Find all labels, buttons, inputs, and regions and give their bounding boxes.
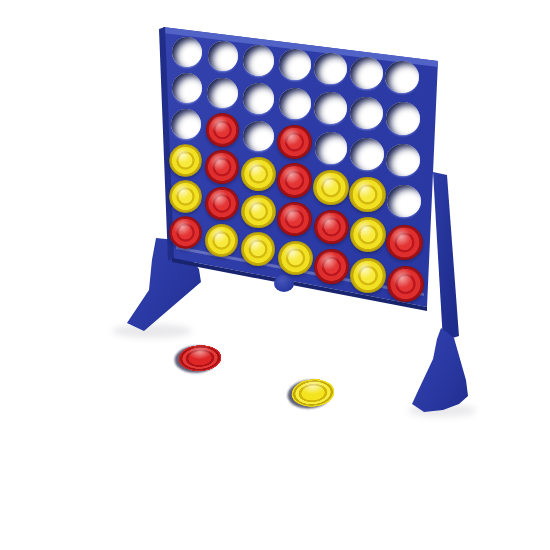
board-cell-yellow-disc[interactable] <box>350 258 386 293</box>
board-cell-empty-hole[interactable] <box>279 49 311 80</box>
board-cell-red-disc[interactable] <box>386 225 423 261</box>
board-cell-red-disc[interactable] <box>277 163 312 197</box>
board-cell-empty-hole[interactable] <box>350 97 383 129</box>
board-cell-yellow-disc[interactable] <box>313 170 349 205</box>
board-cell-yellow-disc[interactable] <box>241 195 275 229</box>
board-cell-empty-hole[interactable] <box>315 132 348 164</box>
board-cell-empty-hole[interactable] <box>385 61 419 94</box>
board-cell-red-disc[interactable] <box>205 150 239 183</box>
board-cell-empty-hole[interactable] <box>243 83 274 114</box>
board-cell-yellow-disc[interactable] <box>350 217 386 252</box>
board-cell-empty-hole[interactable] <box>208 41 239 71</box>
scene <box>0 0 550 550</box>
board-cell-empty-hole[interactable] <box>314 92 347 124</box>
board-grid <box>0 0 550 550</box>
board-cell-red-disc[interactable] <box>387 266 424 302</box>
board-cell-empty-hole[interactable] <box>350 138 383 170</box>
board-cell-red-disc[interactable] <box>206 113 240 146</box>
board-cell-empty-hole[interactable] <box>386 144 420 177</box>
board-cell-red-disc[interactable] <box>205 187 239 220</box>
board-cell-empty-hole[interactable] <box>171 109 201 139</box>
board-cell-red-disc[interactable] <box>314 249 350 284</box>
board-cell-empty-hole[interactable] <box>243 121 274 152</box>
board-cell-empty-hole[interactable] <box>386 102 420 135</box>
board-cell-yellow-disc[interactable] <box>349 177 385 212</box>
board-cell-empty-hole[interactable] <box>387 185 421 218</box>
board-cell-red-disc[interactable] <box>314 210 350 245</box>
board-cell-empty-hole[interactable] <box>350 57 383 89</box>
board-cell-red-disc[interactable] <box>277 202 312 236</box>
board-cell-yellow-disc[interactable] <box>278 241 313 275</box>
board-cell-yellow-disc[interactable] <box>205 224 239 257</box>
board-cell-yellow-disc[interactable] <box>241 157 275 191</box>
board-cell-yellow-disc[interactable] <box>169 180 202 213</box>
board-cell-red-disc[interactable] <box>169 216 202 249</box>
board-cell-empty-hole[interactable] <box>172 73 202 103</box>
board-cell-empty-hole[interactable] <box>243 45 274 76</box>
board-cell-red-disc[interactable] <box>277 125 312 159</box>
board-cell-yellow-disc[interactable] <box>169 144 202 177</box>
board-cell-empty-hole[interactable] <box>172 37 202 67</box>
board-cell-empty-hole[interactable] <box>207 78 238 108</box>
board-cell-yellow-disc[interactable] <box>241 232 275 266</box>
board-cell-empty-hole[interactable] <box>279 88 311 119</box>
board-cell-empty-hole[interactable] <box>314 53 347 85</box>
